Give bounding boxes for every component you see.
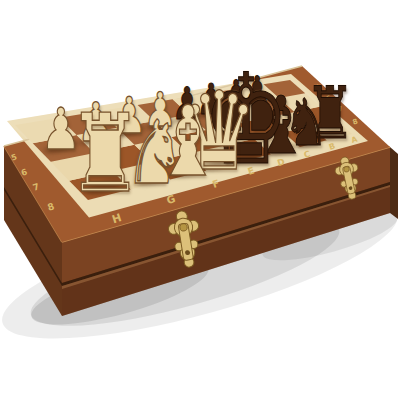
- chess-set-product-photo: HGFEDCBA87658765 ♟♟♟♟♟♟♜♟♞♟♝♚♛♝♞♜: [0, 0, 400, 400]
- board-scene: HGFEDCBA87658765: [0, 0, 400, 400]
